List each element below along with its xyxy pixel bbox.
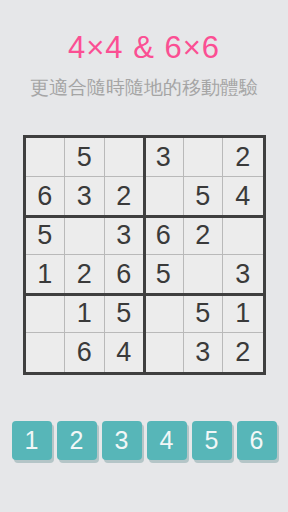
box-divider-horizontal-1 <box>26 215 263 218</box>
cell-r2c2[interactable]: 3 <box>65 177 105 216</box>
cell-r3c2[interactable] <box>65 216 105 255</box>
cell-r6c6[interactable]: 2 <box>223 333 263 372</box>
cell-r2c4[interactable] <box>144 177 184 216</box>
cell-r6c2[interactable]: 6 <box>65 333 105 372</box>
cell-r3c1[interactable]: 5 <box>26 216 66 255</box>
number-keypad: 123456 <box>0 421 288 460</box>
cell-r1c2[interactable]: 5 <box>65 138 105 177</box>
cell-r5c5[interactable]: 5 <box>184 294 224 333</box>
keypad-button-3[interactable]: 3 <box>102 421 142 460</box>
cell-r6c5[interactable]: 3 <box>184 333 224 372</box>
cell-r1c3[interactable] <box>105 138 145 177</box>
cell-r1c1[interactable] <box>26 138 66 177</box>
cell-r6c3[interactable]: 4 <box>105 333 145 372</box>
cell-r3c4[interactable]: 6 <box>144 216 184 255</box>
cell-r6c1[interactable] <box>26 333 66 372</box>
cell-r2c1[interactable]: 6 <box>26 177 66 216</box>
keypad-button-4[interactable]: 4 <box>147 421 187 460</box>
cell-r5c4[interactable] <box>144 294 184 333</box>
page-subtitle: 更適合隨時隨地的移動體驗 <box>0 76 288 100</box>
cell-r4c2[interactable]: 2 <box>65 255 105 294</box>
box-divider-vertical <box>143 138 146 372</box>
cell-r5c2[interactable]: 1 <box>65 294 105 333</box>
cell-r2c3[interactable]: 2 <box>105 177 145 216</box>
cell-r6c4[interactable] <box>144 333 184 372</box>
cell-r1c5[interactable] <box>184 138 224 177</box>
keypad-button-1[interactable]: 1 <box>12 421 52 460</box>
cell-r4c3[interactable]: 6 <box>105 255 145 294</box>
cell-r3c3[interactable]: 3 <box>105 216 145 255</box>
cell-r4c1[interactable]: 1 <box>26 255 66 294</box>
cell-r2c6[interactable]: 4 <box>223 177 263 216</box>
keypad-button-2[interactable]: 2 <box>57 421 97 460</box>
cell-r3c5[interactable]: 2 <box>184 216 224 255</box>
cell-r3c6[interactable] <box>223 216 263 255</box>
box-divider-horizontal-2 <box>26 293 263 296</box>
keypad-button-6[interactable]: 6 <box>237 421 277 460</box>
cell-r1c4[interactable]: 3 <box>144 138 184 177</box>
cell-r5c1[interactable] <box>26 294 66 333</box>
cell-r5c6[interactable]: 1 <box>223 294 263 333</box>
cell-r4c5[interactable] <box>184 255 224 294</box>
page-title: 4×4 & 6×6 <box>0 32 288 64</box>
cell-r4c6[interactable]: 3 <box>223 255 263 294</box>
cell-r4c4[interactable]: 5 <box>144 255 184 294</box>
sudoku-board: 5326325453621265315516432 <box>23 135 266 375</box>
cell-r1c6[interactable]: 2 <box>223 138 263 177</box>
cell-r5c3[interactable]: 5 <box>105 294 145 333</box>
cell-r2c5[interactable]: 5 <box>184 177 224 216</box>
keypad-button-5[interactable]: 5 <box>192 421 232 460</box>
